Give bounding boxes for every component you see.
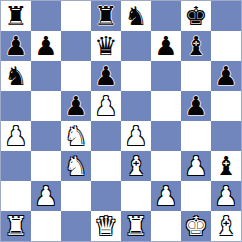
square-e8[interactable]: ♞ — [121, 1, 151, 31]
square-b7[interactable]: ♟ — [31, 31, 61, 61]
square-b8[interactable] — [31, 1, 61, 31]
square-h8[interactable] — [211, 1, 241, 31]
square-e2[interactable] — [121, 181, 151, 211]
square-h7[interactable] — [211, 31, 241, 61]
square-d4[interactable] — [91, 121, 121, 151]
white-pawn-piece[interactable]: ♟ — [214, 181, 237, 211]
black-pawn-piece[interactable]: ♟ — [184, 91, 207, 121]
square-a6[interactable]: ♞ — [1, 61, 31, 91]
black-bishop-piece[interactable]: ♝ — [184, 31, 207, 61]
square-f6[interactable] — [151, 61, 181, 91]
black-pawn-piece[interactable]: ♟ — [154, 31, 177, 61]
white-king-piece[interactable]: ♚ — [184, 211, 207, 241]
square-b1[interactable] — [31, 211, 61, 241]
square-e4[interactable]: ♟ — [121, 121, 151, 151]
square-b2[interactable]: ♟ — [31, 181, 61, 211]
chess-board: ♜♜♞♚♟♟♛♟♝♞♟♟♟♟♟♟♞♟♞♝♟♝♟♟♟♜♛♜♚♝ — [0, 0, 242, 242]
square-b5[interactable] — [31, 91, 61, 121]
square-g2[interactable] — [181, 181, 211, 211]
square-h2[interactable]: ♟ — [211, 181, 241, 211]
square-h5[interactable] — [211, 91, 241, 121]
white-rook-piece[interactable]: ♜ — [4, 211, 27, 241]
square-g4[interactable] — [181, 121, 211, 151]
white-bishop-piece[interactable]: ♝ — [214, 211, 237, 241]
square-d2[interactable] — [91, 181, 121, 211]
white-pawn-piece[interactable]: ♟ — [34, 181, 57, 211]
white-bishop-piece[interactable]: ♝ — [124, 151, 147, 181]
square-h1[interactable]: ♝ — [211, 211, 241, 241]
square-f8[interactable] — [151, 1, 181, 31]
square-d7[interactable]: ♛ — [91, 31, 121, 61]
black-pawn-piece[interactable]: ♟ — [34, 31, 57, 61]
square-c3[interactable]: ♞ — [61, 151, 91, 181]
black-pawn-piece[interactable]: ♟ — [94, 61, 117, 91]
white-queen-piece[interactable]: ♛ — [94, 211, 117, 241]
black-knight-piece[interactable]: ♞ — [4, 61, 27, 91]
white-rook-piece[interactable]: ♜ — [124, 211, 147, 241]
square-b4[interactable] — [31, 121, 61, 151]
black-pawn-piece[interactable]: ♟ — [4, 31, 27, 61]
black-bishop-piece[interactable]: ♝ — [214, 151, 237, 181]
square-a2[interactable] — [1, 181, 31, 211]
square-f7[interactable]: ♟ — [151, 31, 181, 61]
white-pawn-piece[interactable]: ♟ — [4, 121, 27, 151]
square-a4[interactable]: ♟ — [1, 121, 31, 151]
square-f5[interactable] — [151, 91, 181, 121]
square-h3[interactable]: ♝ — [211, 151, 241, 181]
square-g3[interactable]: ♟ — [181, 151, 211, 181]
black-queen-piece[interactable]: ♛ — [94, 31, 117, 61]
square-d1[interactable]: ♛ — [91, 211, 121, 241]
square-d5[interactable]: ♟ — [91, 91, 121, 121]
square-c4[interactable]: ♞ — [61, 121, 91, 151]
square-b3[interactable] — [31, 151, 61, 181]
square-c1[interactable] — [61, 211, 91, 241]
square-g7[interactable]: ♝ — [181, 31, 211, 61]
square-a3[interactable] — [1, 151, 31, 181]
black-king-piece[interactable]: ♚ — [184, 1, 207, 31]
square-h6[interactable]: ♟ — [211, 61, 241, 91]
square-g6[interactable] — [181, 61, 211, 91]
square-e1[interactable]: ♜ — [121, 211, 151, 241]
square-e6[interactable] — [121, 61, 151, 91]
black-pawn-piece[interactable]: ♟ — [214, 61, 237, 91]
square-f3[interactable] — [151, 151, 181, 181]
white-pawn-piece[interactable]: ♟ — [184, 151, 207, 181]
square-g5[interactable]: ♟ — [181, 91, 211, 121]
square-a7[interactable]: ♟ — [1, 31, 31, 61]
square-c5[interactable]: ♟ — [61, 91, 91, 121]
black-rook-piece[interactable]: ♜ — [4, 1, 27, 31]
square-d6[interactable]: ♟ — [91, 61, 121, 91]
white-pawn-piece[interactable]: ♟ — [94, 91, 117, 121]
square-d3[interactable] — [91, 151, 121, 181]
white-knight-piece[interactable]: ♞ — [64, 121, 87, 151]
square-c7[interactable] — [61, 31, 91, 61]
square-g8[interactable]: ♚ — [181, 1, 211, 31]
square-e5[interactable] — [121, 91, 151, 121]
square-e3[interactable]: ♝ — [121, 151, 151, 181]
square-f1[interactable] — [151, 211, 181, 241]
square-f2[interactable]: ♟ — [151, 181, 181, 211]
square-a8[interactable]: ♜ — [1, 1, 31, 31]
square-e7[interactable] — [121, 31, 151, 61]
white-pawn-piece[interactable]: ♟ — [124, 121, 147, 151]
black-pawn-piece[interactable]: ♟ — [64, 91, 87, 121]
square-c8[interactable] — [61, 1, 91, 31]
square-a1[interactable]: ♜ — [1, 211, 31, 241]
square-f4[interactable] — [151, 121, 181, 151]
black-rook-piece[interactable]: ♜ — [94, 1, 117, 31]
square-c2[interactable] — [61, 181, 91, 211]
square-a5[interactable] — [1, 91, 31, 121]
black-knight-piece[interactable]: ♞ — [124, 1, 147, 31]
white-pawn-piece[interactable]: ♟ — [154, 181, 177, 211]
square-h4[interactable] — [211, 121, 241, 151]
square-b6[interactable] — [31, 61, 61, 91]
square-g1[interactable]: ♚ — [181, 211, 211, 241]
white-knight-piece[interactable]: ♞ — [64, 151, 87, 181]
square-c6[interactable] — [61, 61, 91, 91]
square-d8[interactable]: ♜ — [91, 1, 121, 31]
